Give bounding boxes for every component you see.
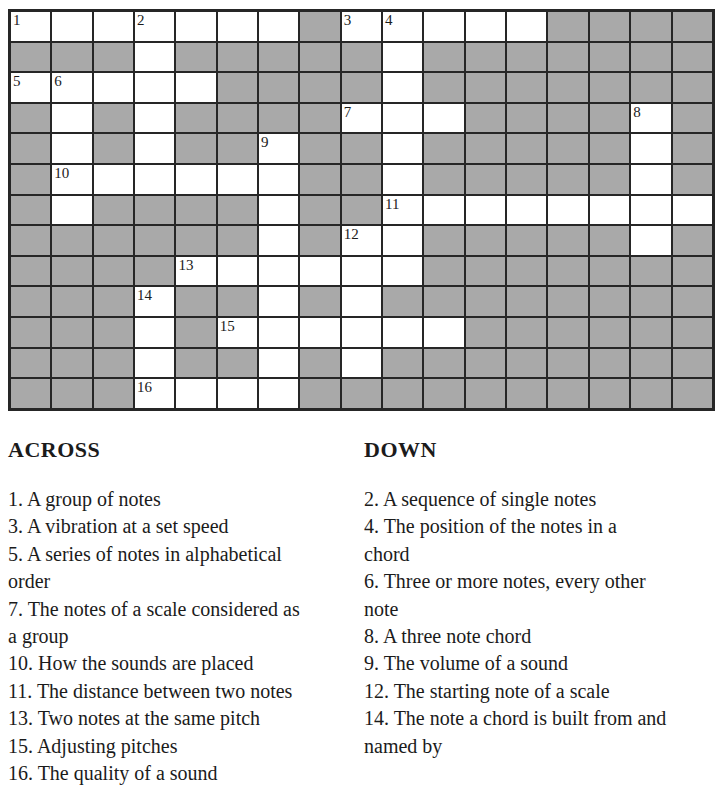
clue-line: 8. A three note chord <box>364 623 726 650</box>
clue-number: 12 <box>344 226 359 243</box>
grid-cell[interactable] <box>382 164 423 195</box>
grid-cell[interactable] <box>134 42 175 73</box>
clue-line: note <box>364 596 726 623</box>
blocked-cell <box>258 72 299 103</box>
clue-number: 9 <box>261 134 269 151</box>
grid-cell[interactable] <box>258 286 299 317</box>
blocked-cell <box>175 225 216 256</box>
blocked-cell <box>506 225 547 256</box>
grid-cell[interactable]: 3 <box>341 11 382 42</box>
clue-number: 16 <box>137 379 152 396</box>
blocked-cell <box>630 72 671 103</box>
blocked-cell <box>51 225 92 256</box>
blocked-cell <box>465 72 506 103</box>
blocked-cell <box>258 42 299 73</box>
blocked-cell <box>299 103 340 134</box>
clue-line: 16. The quality of a sound <box>8 760 362 787</box>
clue-line: a group <box>8 623 362 650</box>
blocked-cell <box>672 103 713 134</box>
grid-cell[interactable]: 6 <box>51 72 92 103</box>
blocked-cell <box>93 225 134 256</box>
grid-cell[interactable] <box>93 72 134 103</box>
clue-line: 11. The distance between two notes <box>8 678 362 705</box>
across-clue-lines: 1. A group of notes3. A vibration at a s… <box>8 486 362 787</box>
clue-line: named by <box>364 733 726 760</box>
clue-line: 10. How the sounds are placed <box>8 650 362 677</box>
blocked-cell <box>672 348 713 379</box>
clue-number: 6 <box>54 73 62 90</box>
grid-cell[interactable] <box>175 164 216 195</box>
grid-cell[interactable] <box>299 256 340 287</box>
grid-cell[interactable] <box>382 256 423 287</box>
blocked-cell <box>299 42 340 73</box>
clue-number: 14 <box>137 287 152 304</box>
grid-cell[interactable]: 9 <box>258 133 299 164</box>
clue-number: 10 <box>54 165 69 182</box>
clue-number: 7 <box>344 104 352 121</box>
grid-cell[interactable] <box>51 133 92 164</box>
grid-cell[interactable] <box>341 286 382 317</box>
grid-cell[interactable] <box>134 317 175 348</box>
grid-cell[interactable] <box>630 225 671 256</box>
blocked-cell <box>465 42 506 73</box>
blocked-cell <box>630 256 671 287</box>
crossword-grid: 12345678910111213141516 <box>8 9 715 411</box>
grid-cell[interactable] <box>217 378 258 409</box>
blocked-cell <box>589 42 630 73</box>
blocked-cell <box>10 103 51 134</box>
blocked-cell <box>134 225 175 256</box>
blocked-cell <box>465 286 506 317</box>
grid-cell[interactable] <box>341 348 382 379</box>
blocked-cell <box>423 72 464 103</box>
grid-cell[interactable] <box>341 256 382 287</box>
grid-cell[interactable] <box>258 225 299 256</box>
blocked-cell <box>423 256 464 287</box>
clue-number: 1 <box>13 12 21 29</box>
grid-cell[interactable] <box>258 348 299 379</box>
grid-cell[interactable] <box>465 195 506 226</box>
blocked-cell <box>547 103 588 134</box>
clue-line: 5. A series of notes in alphabetical <box>8 541 362 568</box>
blocked-cell <box>341 133 382 164</box>
blocked-cell <box>589 133 630 164</box>
blocked-cell <box>175 317 216 348</box>
grid-cell[interactable] <box>630 133 671 164</box>
grid-cell[interactable]: 4 <box>382 11 423 42</box>
grid-cell[interactable] <box>258 11 299 42</box>
blocked-cell <box>672 256 713 287</box>
grid-cell[interactable] <box>175 72 216 103</box>
blocked-cell <box>672 42 713 73</box>
clue-number: 4 <box>385 12 393 29</box>
grid-cell[interactable] <box>589 195 630 226</box>
blocked-cell <box>299 286 340 317</box>
grid-cell[interactable] <box>217 11 258 42</box>
blocked-cell <box>423 225 464 256</box>
blocked-cell <box>299 225 340 256</box>
blocked-cell <box>341 195 382 226</box>
blocked-cell <box>299 378 340 409</box>
blocked-cell <box>506 42 547 73</box>
blocked-cell <box>93 42 134 73</box>
blocked-cell <box>175 133 216 164</box>
clue-line: 4. The position of the notes in a <box>364 513 726 540</box>
grid-cell[interactable] <box>506 11 547 42</box>
blocked-cell <box>258 103 299 134</box>
clue-line: 9. The volume of a sound <box>364 650 726 677</box>
blocked-cell <box>423 348 464 379</box>
blocked-cell <box>51 286 92 317</box>
blocked-cell <box>423 42 464 73</box>
blocked-cell <box>672 72 713 103</box>
grid-cell[interactable] <box>258 195 299 226</box>
blocked-cell <box>547 225 588 256</box>
clue-line: 1. A group of notes <box>8 486 362 513</box>
blocked-cell <box>382 286 423 317</box>
grid-cell[interactable] <box>134 348 175 379</box>
clue-number: 8 <box>633 104 641 121</box>
blocked-cell <box>341 72 382 103</box>
blocked-cell <box>51 378 92 409</box>
blocked-cell <box>93 378 134 409</box>
blocked-cell <box>672 286 713 317</box>
clue-line: 2. A sequence of single notes <box>364 486 726 513</box>
grid-cell[interactable]: 5 <box>10 72 51 103</box>
grid-cell[interactable] <box>423 103 464 134</box>
grid-cell[interactable] <box>51 11 92 42</box>
clue-number: 15 <box>220 318 235 335</box>
grid-cell[interactable]: 12 <box>341 225 382 256</box>
blocked-cell <box>547 133 588 164</box>
grid-cell[interactable]: 10 <box>51 164 92 195</box>
blocked-cell <box>630 286 671 317</box>
blocked-cell <box>299 133 340 164</box>
grid-cell[interactable] <box>465 11 506 42</box>
blocked-cell <box>10 133 51 164</box>
blocked-cell <box>175 348 216 379</box>
grid-cell[interactable] <box>382 72 423 103</box>
blocked-cell <box>93 348 134 379</box>
across-clues: ACROSS 1. A group of notes3. A vibration… <box>8 436 362 787</box>
blocked-cell <box>547 256 588 287</box>
grid-cell[interactable] <box>547 195 588 226</box>
blocked-cell <box>589 164 630 195</box>
grid-cell[interactable] <box>423 317 464 348</box>
blocked-cell <box>547 317 588 348</box>
blocked-cell <box>506 378 547 409</box>
grid-cell[interactable] <box>258 317 299 348</box>
blocked-cell <box>672 11 713 42</box>
blocked-cell <box>134 256 175 287</box>
clue-line: 14. The note a chord is built from and <box>364 705 726 732</box>
blocked-cell <box>134 195 175 226</box>
clue-line: 7. The notes of a scale considered as <box>8 596 362 623</box>
grid-cell[interactable] <box>93 11 134 42</box>
grid-cell[interactable] <box>258 378 299 409</box>
grid-cell[interactable] <box>382 103 423 134</box>
grid-cell[interactable] <box>134 133 175 164</box>
blocked-cell <box>51 348 92 379</box>
grid-cell[interactable] <box>217 256 258 287</box>
blocked-cell <box>630 11 671 42</box>
grid-cell[interactable] <box>175 378 216 409</box>
blocked-cell <box>51 42 92 73</box>
grid-cell[interactable] <box>382 42 423 73</box>
blocked-cell <box>382 348 423 379</box>
blocked-cell <box>506 286 547 317</box>
blocked-cell <box>341 378 382 409</box>
grid-cell[interactable] <box>299 317 340 348</box>
clue-line: 3. A vibration at a set speed <box>8 513 362 540</box>
blocked-cell <box>547 72 588 103</box>
clue-number: 13 <box>178 257 193 274</box>
blocked-cell <box>465 256 506 287</box>
blocked-cell <box>299 72 340 103</box>
blocked-cell <box>382 378 423 409</box>
blocked-cell <box>506 348 547 379</box>
across-header: ACROSS <box>8 436 362 463</box>
blocked-cell <box>506 133 547 164</box>
grid-cell[interactable] <box>382 317 423 348</box>
grid-cell[interactable] <box>382 225 423 256</box>
blocked-cell <box>299 348 340 379</box>
blocked-cell <box>589 378 630 409</box>
blocked-cell <box>10 225 51 256</box>
blocked-cell <box>341 164 382 195</box>
blocked-cell <box>465 348 506 379</box>
blocked-cell <box>175 42 216 73</box>
clue-line: 12. The starting note of a scale <box>364 678 726 705</box>
blocked-cell <box>630 378 671 409</box>
blocked-cell <box>423 378 464 409</box>
blocked-cell <box>299 195 340 226</box>
blocked-cell <box>217 195 258 226</box>
blocked-cell <box>547 42 588 73</box>
blocked-cell <box>51 317 92 348</box>
clue-number: 2 <box>137 12 145 29</box>
blocked-cell <box>547 286 588 317</box>
blocked-cell <box>10 348 51 379</box>
blocked-cell <box>341 42 382 73</box>
blocked-cell <box>93 103 134 134</box>
grid-cell[interactable] <box>423 195 464 226</box>
blocked-cell <box>465 164 506 195</box>
down-clue-lines: 2. A sequence of single notes4. The posi… <box>364 486 726 760</box>
blocked-cell <box>465 378 506 409</box>
clue-line: order <box>8 568 362 595</box>
blocked-cell <box>217 225 258 256</box>
blocked-cell <box>93 133 134 164</box>
blocked-cell <box>217 72 258 103</box>
clue-line: 13. Two notes at the same pitch <box>8 705 362 732</box>
blocked-cell <box>423 164 464 195</box>
blocked-cell <box>630 317 671 348</box>
blocked-cell <box>672 133 713 164</box>
grid-cell[interactable]: 14 <box>134 286 175 317</box>
blocked-cell <box>175 103 216 134</box>
down-header: DOWN <box>364 436 726 463</box>
blocked-cell <box>547 348 588 379</box>
grid-cell[interactable]: 2 <box>134 11 175 42</box>
clue-number: 11 <box>385 196 399 213</box>
grid-cell[interactable] <box>51 103 92 134</box>
blocked-cell <box>175 286 216 317</box>
blocked-cell <box>299 164 340 195</box>
blocked-cell <box>589 317 630 348</box>
clue-number: 3 <box>344 12 352 29</box>
blocked-cell <box>175 195 216 226</box>
blocked-cell <box>672 317 713 348</box>
grid-cell[interactable]: 11 <box>382 195 423 226</box>
grid-cell[interactable]: 16 <box>134 378 175 409</box>
blocked-cell <box>547 11 588 42</box>
grid-cell[interactable]: 1 <box>10 11 51 42</box>
blocked-cell <box>589 348 630 379</box>
grid-cell[interactable] <box>506 195 547 226</box>
grid-cell[interactable] <box>258 256 299 287</box>
blocked-cell <box>589 286 630 317</box>
blocked-cell <box>93 317 134 348</box>
blocked-cell <box>672 164 713 195</box>
blocked-cell <box>506 256 547 287</box>
grid-cell[interactable]: 15 <box>217 317 258 348</box>
blocked-cell <box>589 256 630 287</box>
blocked-cell <box>217 42 258 73</box>
grid-cell[interactable] <box>134 103 175 134</box>
grid-cell[interactable]: 8 <box>630 103 671 134</box>
blocked-cell <box>589 103 630 134</box>
blocked-cell <box>506 72 547 103</box>
clue-line: chord <box>364 541 726 568</box>
grid-cell[interactable] <box>51 195 92 226</box>
blocked-cell <box>465 133 506 164</box>
blocked-cell <box>10 286 51 317</box>
blocked-cell <box>465 103 506 134</box>
blocked-cell <box>10 42 51 73</box>
blocked-cell <box>506 103 547 134</box>
clue-line: 6. Three or more notes, every other <box>364 568 726 595</box>
grid-cell[interactable] <box>258 164 299 195</box>
blocked-cell <box>10 195 51 226</box>
blocked-cell <box>93 195 134 226</box>
grid-cell[interactable] <box>341 317 382 348</box>
blocked-cell <box>217 348 258 379</box>
grid-cell[interactable] <box>134 164 175 195</box>
clue-line: 15. Adjusting pitches <box>8 733 362 760</box>
blocked-cell <box>630 348 671 379</box>
grid-cell[interactable]: 7 <box>341 103 382 134</box>
grid-cell[interactable] <box>93 164 134 195</box>
blocked-cell <box>217 286 258 317</box>
blocked-cell <box>423 286 464 317</box>
blocked-cell <box>217 133 258 164</box>
blocked-cell <box>672 378 713 409</box>
blocked-cell <box>93 256 134 287</box>
grid-cell[interactable] <box>382 133 423 164</box>
blocked-cell <box>10 164 51 195</box>
blocked-cell <box>506 164 547 195</box>
blocked-cell <box>10 317 51 348</box>
clue-number: 5 <box>13 73 21 90</box>
blocked-cell <box>672 225 713 256</box>
blocked-cell <box>506 317 547 348</box>
grid-cell[interactable] <box>630 164 671 195</box>
blocked-cell <box>589 225 630 256</box>
blocked-cell <box>217 103 258 134</box>
grid-cell[interactable] <box>134 72 175 103</box>
down-clues: DOWN 2. A sequence of single notes4. The… <box>364 436 726 760</box>
blocked-cell <box>465 225 506 256</box>
blocked-cell <box>10 256 51 287</box>
blocked-cell <box>547 378 588 409</box>
blocked-cell <box>299 11 340 42</box>
blocked-cell <box>93 286 134 317</box>
blocked-cell <box>423 133 464 164</box>
grid-cell[interactable] <box>217 164 258 195</box>
blocked-cell <box>547 164 588 195</box>
blocked-cell <box>10 378 51 409</box>
blocked-cell <box>589 72 630 103</box>
grid-cell[interactable] <box>423 11 464 42</box>
blocked-cell <box>589 11 630 42</box>
blocked-cell <box>51 256 92 287</box>
grid-cell[interactable] <box>672 195 713 226</box>
blocked-cell <box>630 42 671 73</box>
grid-cell[interactable] <box>630 195 671 226</box>
grid-cell[interactable] <box>175 11 216 42</box>
grid-cell[interactable]: 13 <box>175 256 216 287</box>
blocked-cell <box>465 317 506 348</box>
